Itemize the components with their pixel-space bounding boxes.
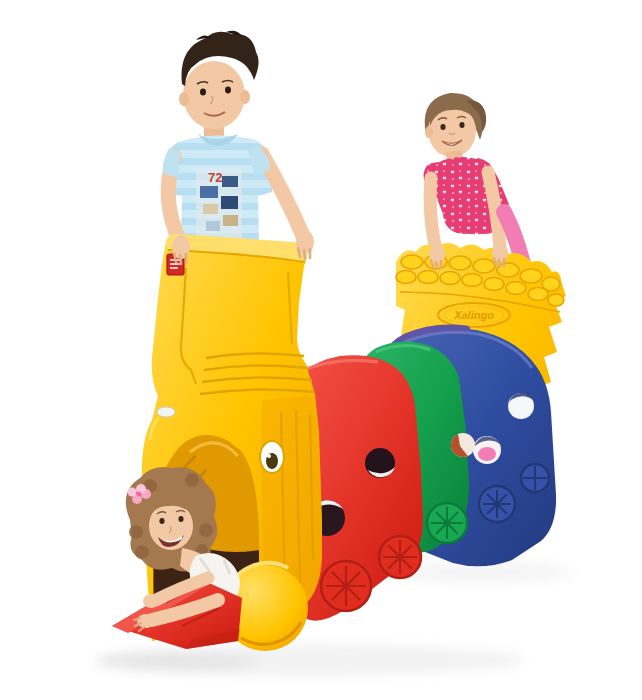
train-scene: Xalingo (0, 0, 642, 700)
wagon-green-wheel (427, 503, 467, 543)
photo-canvas: Xalingo (0, 0, 642, 700)
eye-decal (260, 441, 284, 473)
wagon-green-porthole (451, 433, 475, 457)
brand-logo-text: Xalingo (453, 309, 494, 321)
girl-pink (423, 93, 524, 268)
girl-pink-left-arm (430, 178, 436, 250)
boy-shirt-print: 72 (196, 168, 242, 244)
boy-shirt-number: 72 (208, 170, 222, 185)
wagon-blue-porthole-1 (508, 393, 534, 419)
white-sticker (157, 407, 175, 417)
wagon-blue-porthole-2 (473, 436, 501, 464)
wagon-red-porthole-1 (365, 448, 395, 478)
boy-face (183, 61, 245, 129)
